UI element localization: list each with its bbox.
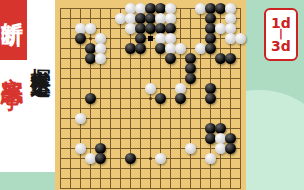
white-stone: [165, 13, 176, 24]
black-stone: [205, 13, 216, 24]
black-stone: [225, 53, 236, 64]
banner-title-top: 斩断: [1, 4, 27, 10]
black-stone: [205, 3, 216, 14]
black-stone: [125, 153, 136, 164]
white-stone: [225, 33, 236, 44]
black-stone: [155, 93, 166, 104]
white-stone: [215, 133, 226, 144]
black-stone: [135, 43, 146, 54]
white-stone: [125, 23, 136, 34]
white-stone: [95, 33, 106, 44]
black-stone: [145, 3, 156, 14]
black-stone: [225, 143, 236, 154]
hoshi-point: [149, 157, 152, 160]
white-stone: [165, 43, 176, 54]
white-stone: [85, 23, 96, 34]
white-stone: [115, 13, 126, 24]
white-stone: [125, 13, 136, 24]
white-stone: [185, 143, 196, 154]
black-stone: [205, 33, 216, 44]
black-stone: [205, 43, 216, 54]
black-stone: [145, 23, 156, 34]
black-stone: [85, 93, 96, 104]
white-stone: [155, 153, 166, 164]
go-board: [55, 0, 246, 190]
white-stone: [225, 23, 236, 34]
black-stone: [185, 73, 196, 84]
white-stone: [195, 3, 206, 14]
white-stone: [75, 23, 86, 34]
black-stone: [205, 23, 216, 34]
white-stone: [215, 143, 226, 154]
black-stone: [225, 133, 236, 144]
black-stone: [155, 3, 166, 14]
black-stone: [215, 53, 226, 64]
black-stone: [135, 23, 146, 34]
banner-subtitle: 探索棋之正道: [30, 52, 55, 64]
black-stone: [125, 43, 136, 54]
black-stone: [135, 13, 146, 24]
white-stone: [165, 33, 176, 44]
white-stone: [205, 153, 216, 164]
black-stone: [215, 123, 226, 134]
white-stone: [235, 33, 246, 44]
rank-bottom-label: 3d: [271, 39, 291, 53]
square-move-marker: [148, 36, 153, 41]
white-stone: [75, 113, 86, 124]
black-stone: [95, 143, 106, 154]
black-stone: [165, 23, 176, 34]
black-stone: [185, 53, 196, 64]
black-stone: [205, 83, 216, 94]
black-stone: [175, 93, 186, 104]
black-stone: [205, 93, 216, 104]
black-stone: [185, 63, 196, 74]
white-stone: [175, 43, 186, 54]
black-stone: [75, 33, 86, 44]
white-stone: [175, 83, 186, 94]
white-stone: [155, 13, 166, 24]
black-stone: [205, 123, 216, 134]
black-stone: [85, 43, 96, 54]
black-stone: [215, 3, 226, 14]
white-stone: [215, 23, 226, 34]
hoshi-point: [149, 97, 152, 100]
white-stone: [225, 3, 236, 14]
rank-range-badge: 1d 丨 3d: [264, 8, 298, 61]
white-stone: [85, 153, 96, 164]
thumbnail-canvas: 斩断 实战恶手 探索棋之正道 1d 丨 3d: [0, 0, 304, 190]
banner-title-rest: 实战恶手: [1, 59, 27, 75]
black-stone: [155, 43, 166, 54]
white-stone: [95, 53, 106, 64]
black-stone: [205, 133, 216, 144]
white-stone: [145, 83, 156, 94]
white-stone: [95, 43, 106, 54]
black-stone: [165, 53, 176, 64]
hoshi-point: [89, 37, 92, 40]
white-stone: [135, 3, 146, 14]
black-stone: [85, 53, 96, 64]
black-stone: [145, 13, 156, 24]
black-stone: [155, 23, 166, 34]
black-stone: [135, 33, 146, 44]
white-stone: [155, 33, 166, 44]
black-stone: [95, 153, 106, 164]
white-stone: [225, 13, 236, 24]
white-stone: [195, 43, 206, 54]
white-stone: [165, 3, 176, 14]
white-stone: [125, 3, 136, 14]
white-stone: [75, 143, 86, 154]
